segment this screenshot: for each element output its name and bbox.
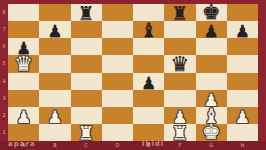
square-b4 [39,73,70,90]
rank-label-7: 7 [0,27,8,32]
square-a6: ♟ [8,38,39,55]
square-c4 [71,73,102,90]
square-f6 [164,38,195,55]
board-right-border [258,0,266,150]
square-a1 [8,124,39,141]
square-h4 [227,73,258,90]
square-f7 [164,21,195,38]
file-label-e: E [144,143,154,148]
rank-label-8: 8 [0,10,8,15]
square-h3 [227,90,258,107]
square-a8 [8,4,39,21]
rank-label-2: 2 [0,113,8,118]
square-d8 [102,4,133,21]
white-bishop-g2: ♝ [202,106,220,126]
white-king-g1: ♚ [202,122,221,143]
file-label-b: B [50,143,60,148]
black-queen-f5: ♛ [170,54,189,75]
square-f2: ♟ [164,107,195,124]
square-b6 [39,38,70,55]
chess-board: ♜♜♚♟♝♟♟♟♛♛♟♟♟♟♟♝♟♜♜♚ [8,4,258,141]
square-b5 [39,55,70,72]
square-g5 [196,55,227,72]
file-label-d: D [112,143,122,148]
file-label-a: A [19,143,29,148]
square-h6 [227,38,258,55]
square-b1 [39,124,70,141]
white-rook-c1: ♜ [78,124,95,143]
square-g1: ♚ [196,124,227,141]
file-label-c: C [81,143,91,148]
square-e5 [133,55,164,72]
file-label-g: G [206,143,216,148]
square-e4: ♟ [133,73,164,90]
square-e1 [133,124,164,141]
square-e3 [133,90,164,107]
square-c7 [71,21,102,38]
square-d5 [102,55,133,72]
square-d2 [102,107,133,124]
square-b8 [39,4,70,21]
square-g8: ♚ [196,4,227,21]
square-f4 [164,73,195,90]
square-f5: ♛ [164,55,195,72]
square-c6 [71,38,102,55]
rank-label-4: 4 [0,79,8,84]
square-c8: ♜ [71,4,102,21]
white-queen-a5: ♛ [14,54,33,75]
square-g4 [196,73,227,90]
square-b7: ♟ [39,21,70,38]
square-e8 [133,4,164,21]
file-label-h: H [237,143,247,148]
square-d1 [102,124,133,141]
square-h5 [227,55,258,72]
square-c2 [71,107,102,124]
square-h2: ♟ [227,107,258,124]
square-a5: ♛ [8,55,39,72]
square-f3 [164,90,195,107]
square-d3 [102,90,133,107]
square-f1: ♜ [164,124,195,141]
rank-label-5: 5 [0,61,8,66]
file-label-f: F [175,143,185,148]
square-b2: ♟ [39,107,70,124]
square-a7 [8,21,39,38]
square-c5 [71,55,102,72]
square-e6 [133,38,164,55]
square-e7: ♝ [133,21,164,38]
square-a3 [8,90,39,107]
rank-label-6: 6 [0,44,8,49]
square-g6 [196,38,227,55]
square-e2 [133,107,164,124]
square-d6 [102,38,133,55]
square-c3 [71,90,102,107]
video-thumbnail-chess-diagram: ♜♜♚♟♝♟♟♟♛♛♟♟♟♟♟♝♟♜♜♚ 87654321ABCDEFGH ap… [0,0,266,150]
square-c1: ♜ [71,124,102,141]
rank-label-1: 1 [0,130,8,135]
board-bottom-border [0,141,266,150]
square-a4 [8,73,39,90]
square-b3 [39,90,70,107]
square-a2: ♟ [8,107,39,124]
square-h1 [227,124,258,141]
square-d7 [102,21,133,38]
square-h8 [227,4,258,21]
white-rook-f1: ♜ [171,124,188,143]
square-g3: ♟ [196,90,227,107]
square-g2: ♝ [196,107,227,124]
square-g7: ♟ [196,21,227,38]
black-king-g8: ♚ [202,2,221,23]
black-bishop-e7: ♝ [140,20,158,40]
square-h7: ♟ [227,21,258,38]
rank-label-3: 3 [0,96,8,101]
square-f8: ♜ [164,4,195,21]
square-d4 [102,73,133,90]
